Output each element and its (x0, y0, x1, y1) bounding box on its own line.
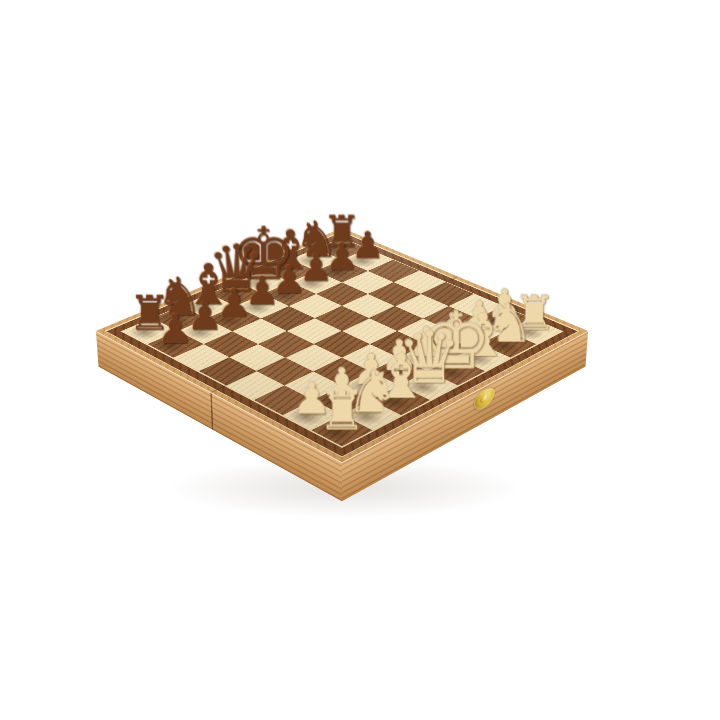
chess-board-3d: ♜♞♝♛♚♝♞♜♟♟♟♟♟♟♟♟♟♟♟♟♟♟♟♟♜♞♝♛♚♝♞♜ (96, 228, 588, 462)
square-c5[interactable] (259, 331, 315, 357)
square-a5[interactable] (199, 357, 256, 385)
white-rook-glyph: ♜ (318, 383, 366, 436)
black-pawn-glyph: ♟ (157, 308, 193, 349)
brass-clasp-knob (480, 392, 489, 405)
product-scene: ♜♞♝♛♚♝♞♜♟♟♟♟♟♟♟♟♟♟♟♟♟♟♟♟♜♞♝♛♚♝♞♜ (0, 0, 720, 720)
square-b5[interactable] (229, 344, 285, 371)
square-a4[interactable] (226, 371, 284, 400)
fold-seam-on-face (210, 393, 213, 430)
